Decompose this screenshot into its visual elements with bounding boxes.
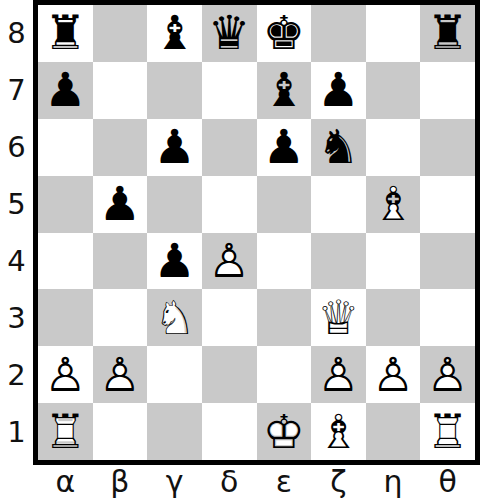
square-γ1[interactable] <box>147 403 202 460</box>
square-β5[interactable]: ♟ <box>93 176 148 233</box>
black-piece-glyph: ♝ <box>150 7 200 59</box>
black-piece-glyph: ♜ <box>40 7 90 59</box>
black-piece-glyph: ♛ <box>204 7 254 59</box>
square-α6[interactable] <box>38 119 93 176</box>
square-ζ8[interactable] <box>311 5 366 62</box>
square-γ6[interactable]: ♟ <box>147 119 202 176</box>
square-θ7[interactable] <box>420 62 475 119</box>
white-piece-outline: ♙ <box>368 349 418 401</box>
rank-label-2: 2 <box>0 346 33 403</box>
black-pawn-ζ7[interactable]: ♟ <box>313 64 363 116</box>
square-δ6[interactable] <box>202 119 257 176</box>
white-piece-outline: ♖ <box>423 406 473 458</box>
square-γ4[interactable]: ♟ <box>147 233 202 290</box>
black-pawn-γ6[interactable]: ♟ <box>150 121 200 173</box>
file-label-ζ: ζ <box>311 465 366 502</box>
square-ε4[interactable] <box>257 233 312 290</box>
square-θ6[interactable] <box>420 119 475 176</box>
square-γ7[interactable] <box>147 62 202 119</box>
white-piece-outline: ♗ <box>313 406 363 458</box>
black-piece-glyph: ♜ <box>423 7 473 59</box>
white-bishop-ζ1[interactable]: ♝♗ <box>313 406 363 458</box>
black-king-ε8[interactable]: ♚ <box>259 7 309 59</box>
file-label-δ: δ <box>202 465 257 502</box>
file-label-θ: θ <box>420 465 475 502</box>
square-ε6[interactable]: ♟ <box>257 119 312 176</box>
square-α2[interactable]: ♟♙ <box>38 346 93 403</box>
square-β6[interactable] <box>93 119 148 176</box>
square-η3[interactable] <box>366 289 421 346</box>
black-piece-glyph: ♟ <box>313 64 363 116</box>
square-δ4[interactable]: ♟♙ <box>202 233 257 290</box>
square-α7[interactable]: ♟ <box>38 62 93 119</box>
square-ε1[interactable]: ♚♔ <box>257 403 312 460</box>
white-queen-ζ3[interactable]: ♛♕ <box>313 292 363 344</box>
square-ζ1[interactable]: ♝♗ <box>311 403 366 460</box>
square-η5[interactable]: ♝♗ <box>366 176 421 233</box>
black-pawn-α7[interactable]: ♟ <box>40 64 90 116</box>
square-η8[interactable] <box>366 5 421 62</box>
black-piece-glyph: ♚ <box>259 7 309 59</box>
black-bishop-ε7[interactable]: ♝ <box>259 64 309 116</box>
square-θ2[interactable]: ♟♙ <box>420 346 475 403</box>
black-piece-glyph: ♝ <box>259 64 309 116</box>
black-piece-glyph: ♟ <box>40 64 90 116</box>
white-rook-θ1[interactable]: ♜♖ <box>423 406 473 458</box>
white-pawn-η2[interactable]: ♟♙ <box>368 349 418 401</box>
file-label-α: α <box>38 465 93 502</box>
white-piece-outline: ♙ <box>204 235 254 287</box>
square-ζ7[interactable]: ♟ <box>311 62 366 119</box>
square-ε7[interactable]: ♝ <box>257 62 312 119</box>
square-α4[interactable] <box>38 233 93 290</box>
square-η2[interactable]: ♟♙ <box>366 346 421 403</box>
black-piece-glyph: ♟ <box>150 121 200 173</box>
square-δ1[interactable] <box>202 403 257 460</box>
black-rook-θ8[interactable]: ♜ <box>423 7 473 59</box>
square-δ8[interactable]: ♛ <box>202 5 257 62</box>
square-γ8[interactable]: ♝ <box>147 5 202 62</box>
square-α5[interactable] <box>38 176 93 233</box>
white-pawn-θ2[interactable]: ♟♙ <box>423 349 473 401</box>
white-piece-outline: ♙ <box>40 349 90 401</box>
rank-label-1: 1 <box>0 403 33 460</box>
square-β8[interactable] <box>93 5 148 62</box>
square-ε5[interactable] <box>257 176 312 233</box>
chess-board: ♜♝♛♚♜♟♝♟♟♟♞♟♝♗♟♟♙♞♘♛♕♟♙♟♙♟♙♟♙♟♙♜♖♚♔♝♗♜♖ <box>33 0 480 465</box>
white-piece-outline: ♙ <box>313 349 363 401</box>
black-piece-glyph: ♟ <box>259 121 309 173</box>
square-δ7[interactable] <box>202 62 257 119</box>
square-β3[interactable] <box>93 289 148 346</box>
black-pawn-β5[interactable]: ♟ <box>95 178 145 230</box>
square-γ5[interactable] <box>147 176 202 233</box>
square-α8[interactable]: ♜ <box>38 5 93 62</box>
white-piece-outline: ♗ <box>368 178 418 230</box>
square-η1[interactable] <box>366 403 421 460</box>
white-piece-outline: ♘ <box>150 292 200 344</box>
chess-diagram: 87654321 ♜♝♛♚♜♟♝♟♟♟♞♟♝♗♟♟♙♞♘♛♕♟♙♟♙♟♙♟♙♟♙… <box>0 0 499 502</box>
file-label-β: β <box>93 465 148 502</box>
white-pawn-β2[interactable]: ♟♙ <box>95 349 145 401</box>
white-bishop-η5[interactable]: ♝♗ <box>368 178 418 230</box>
square-β1[interactable] <box>93 403 148 460</box>
rank-label-4: 4 <box>0 233 33 290</box>
square-θ3[interactable] <box>420 289 475 346</box>
rank-label-7: 7 <box>0 62 33 119</box>
square-ζ2[interactable]: ♟♙ <box>311 346 366 403</box>
file-label-η: η <box>366 465 421 502</box>
square-β2[interactable]: ♟♙ <box>93 346 148 403</box>
square-δ2[interactable] <box>202 346 257 403</box>
rank-label-6: 6 <box>0 119 33 176</box>
white-knight-γ3[interactable]: ♞♘ <box>150 292 200 344</box>
square-δ5[interactable] <box>202 176 257 233</box>
square-α1[interactable]: ♜♖ <box>38 403 93 460</box>
square-η6[interactable] <box>366 119 421 176</box>
square-γ3[interactable]: ♞♘ <box>147 289 202 346</box>
black-pawn-ε6[interactable]: ♟ <box>259 121 309 173</box>
square-ε3[interactable] <box>257 289 312 346</box>
square-γ2[interactable] <box>147 346 202 403</box>
black-piece-glyph: ♟ <box>95 178 145 230</box>
square-θ8[interactable]: ♜ <box>420 5 475 62</box>
black-pawn-γ4[interactable]: ♟ <box>150 235 200 287</box>
white-piece-outline: ♖ <box>40 406 90 458</box>
file-label-γ: γ <box>147 465 202 502</box>
square-ζ6[interactable]: ♞ <box>311 119 366 176</box>
black-piece-glyph: ♞ <box>313 121 363 173</box>
black-rook-α8[interactable]: ♜ <box>40 7 90 59</box>
square-α3[interactable] <box>38 289 93 346</box>
white-pawn-ζ2[interactable]: ♟♙ <box>313 349 363 401</box>
file-labels: αβγδεζηθ <box>33 465 480 502</box>
rank-label-8: 8 <box>0 5 33 62</box>
white-piece-outline: ♔ <box>259 406 309 458</box>
square-η7[interactable] <box>366 62 421 119</box>
square-δ3[interactable] <box>202 289 257 346</box>
white-pawn-α2[interactable]: ♟♙ <box>40 349 90 401</box>
black-piece-glyph: ♟ <box>150 235 200 287</box>
square-β7[interactable] <box>93 62 148 119</box>
white-piece-outline: ♙ <box>95 349 145 401</box>
white-piece-outline: ♙ <box>423 349 473 401</box>
square-η4[interactable] <box>366 233 421 290</box>
rank-labels: 87654321 <box>0 0 33 465</box>
square-θ4[interactable] <box>420 233 475 290</box>
white-piece-outline: ♕ <box>313 292 363 344</box>
black-queen-δ8[interactable]: ♛ <box>204 7 254 59</box>
rank-label-5: 5 <box>0 176 33 233</box>
square-ζ5[interactable] <box>311 176 366 233</box>
white-king-ε1[interactable]: ♚♔ <box>259 406 309 458</box>
square-ε8[interactable]: ♚ <box>257 5 312 62</box>
white-rook-α1[interactable]: ♜♖ <box>40 406 90 458</box>
square-ε2[interactable] <box>257 346 312 403</box>
black-knight-ζ6[interactable]: ♞ <box>313 121 363 173</box>
square-θ1[interactable]: ♜♖ <box>420 403 475 460</box>
square-β4[interactable] <box>93 233 148 290</box>
square-θ5[interactable] <box>420 176 475 233</box>
file-label-ε: ε <box>257 465 312 502</box>
black-bishop-γ8[interactable]: ♝ <box>150 7 200 59</box>
white-pawn-δ4[interactable]: ♟♙ <box>204 235 254 287</box>
square-ζ4[interactable] <box>311 233 366 290</box>
rank-label-3: 3 <box>0 289 33 346</box>
square-ζ3[interactable]: ♛♕ <box>311 289 366 346</box>
